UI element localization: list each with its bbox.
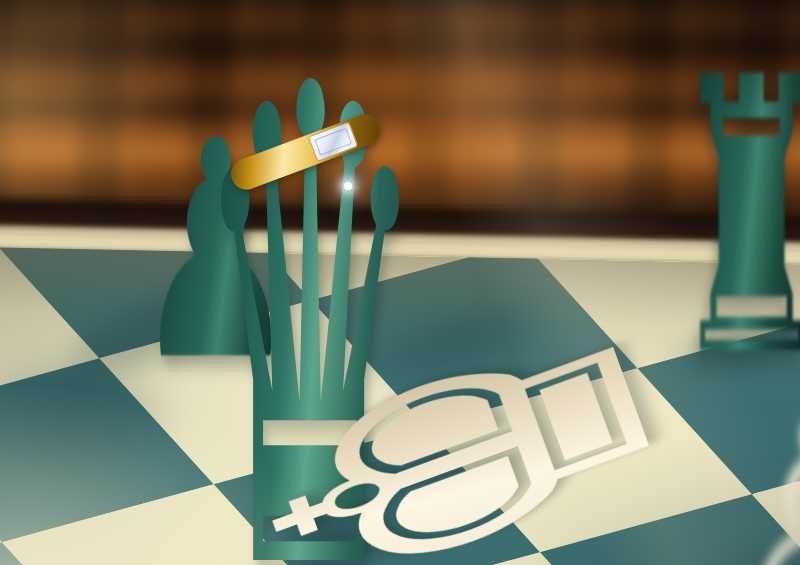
ring-band	[227, 110, 385, 194]
photo-scene: ♟ ♛ ♜ ♚ ♙	[0, 0, 800, 565]
diamond-sparkle-icon	[343, 181, 353, 191]
ring-diamond	[308, 121, 359, 162]
gold-ring	[232, 112, 402, 207]
white-pawn-blurred: ♙	[723, 380, 800, 565]
